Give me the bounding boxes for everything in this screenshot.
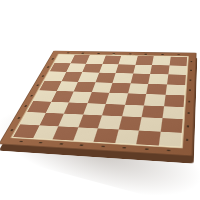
border-dot (30, 95, 33, 97)
camera-tilt-wrapper: ♜♞♝♛♚♝♞♜♟♟♟♟♟♟♟♟♟♟♟♟♟♟♟♟♜♞♝♛♚♝♞♜ (0, 0, 200, 200)
border-dot (167, 149, 170, 151)
border-dot (101, 145, 105, 147)
piece-light-pawn[interactable]: ♟ (164, 60, 190, 71)
product-photo-scene: ♜♞♝♛♚♝♞♜♟♟♟♟♟♟♟♟♟♟♟♟♟♟♟♟♜♞♝♛♚♝♞♜ (0, 0, 200, 200)
chess-board: ♜♞♝♛♚♝♞♜♟♟♟♟♟♟♟♟♟♟♟♟♟♟♟♟♜♞♝♛♚♝♞♜ (0, 51, 197, 157)
border-dot (189, 90, 192, 92)
border-dot (188, 101, 191, 103)
perspective-wrapper: ♜♞♝♛♚♝♞♜♟♟♟♟♟♟♟♟♟♟♟♟♟♟♟♟♜♞♝♛♚♝♞♜ (0, 0, 200, 200)
border-dot (39, 142, 43, 144)
border-dot (123, 147, 127, 149)
border-dot (187, 112, 190, 114)
border-dot (186, 125, 189, 127)
border-dot (19, 140, 23, 142)
border-dot (10, 129, 14, 131)
pieces-layer: ♜♞♝♛♚♝♞♜♟♟♟♟♟♟♟♟♟♟♟♟♟♟♟♟♜♞♝♛♚♝♞♜ (54, 51, 197, 53)
border-dot (145, 148, 148, 150)
border-dot (189, 79, 192, 80)
border-dot (190, 70, 193, 71)
border-dot (42, 75, 45, 76)
border-dot (186, 139, 189, 141)
border-dot (80, 144, 84, 146)
border-dot (190, 61, 192, 62)
border-dot (59, 143, 63, 145)
border-dot (36, 85, 39, 86)
